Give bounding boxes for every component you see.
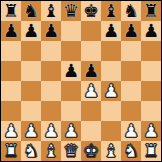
white-pawn-piece: ♟	[103, 81, 119, 101]
square-h1[interactable]: ♜	[141, 141, 161, 161]
square-d2[interactable]: ♟	[61, 121, 81, 141]
square-g7[interactable]: ♟	[121, 21, 141, 41]
square-h3[interactable]	[141, 101, 161, 121]
black-rook-piece: ♜	[143, 1, 159, 21]
square-d3[interactable]	[61, 101, 81, 121]
square-e1[interactable]: ♚	[81, 141, 101, 161]
square-c6[interactable]	[41, 41, 61, 61]
square-a3[interactable]	[1, 101, 21, 121]
square-a7[interactable]: ♟	[1, 21, 21, 41]
square-a1[interactable]: ♜	[1, 141, 21, 161]
chess-board: ♜♞♝♛♚♝♞♜♟♟♟♟♟♟♟♟♟♟♟♟♟♟♟♟♜♞♝♛♚♝♞♜	[1, 1, 161, 161]
white-knight-piece: ♞	[23, 141, 39, 161]
square-f2[interactable]	[101, 121, 121, 141]
square-a6[interactable]	[1, 41, 21, 61]
white-pawn-piece: ♟	[23, 121, 39, 141]
square-f4[interactable]: ♟	[101, 81, 121, 101]
black-rook-piece: ♜	[3, 1, 19, 21]
square-e5[interactable]: ♟	[81, 61, 101, 81]
square-a5[interactable]	[1, 61, 21, 81]
square-f1[interactable]: ♝	[101, 141, 121, 161]
square-g3[interactable]	[121, 101, 141, 121]
square-a4[interactable]	[1, 81, 21, 101]
square-b2[interactable]: ♟	[21, 121, 41, 141]
square-e8[interactable]: ♚	[81, 1, 101, 21]
square-b3[interactable]	[21, 101, 41, 121]
white-rook-piece: ♜	[3, 141, 19, 161]
black-knight-piece: ♞	[23, 1, 39, 21]
black-pawn-piece: ♟	[23, 21, 39, 41]
square-h6[interactable]	[141, 41, 161, 61]
white-knight-piece: ♞	[123, 141, 139, 161]
square-h4[interactable]	[141, 81, 161, 101]
square-e4[interactable]: ♟	[81, 81, 101, 101]
square-a2[interactable]: ♟	[1, 121, 21, 141]
chess-board-frame: ♜♞♝♛♚♝♞♜♟♟♟♟♟♟♟♟♟♟♟♟♟♟♟♟♜♞♝♛♚♝♞♜	[0, 0, 162, 162]
square-d5[interactable]: ♟	[61, 61, 81, 81]
white-pawn-piece: ♟	[43, 121, 59, 141]
black-bishop-piece: ♝	[103, 1, 119, 21]
black-queen-piece: ♛	[63, 1, 79, 21]
square-c8[interactable]: ♝	[41, 1, 61, 21]
square-d7[interactable]	[61, 21, 81, 41]
square-f5[interactable]	[101, 61, 121, 81]
black-bishop-piece: ♝	[43, 1, 59, 21]
white-bishop-piece: ♝	[43, 141, 59, 161]
square-d4[interactable]	[61, 81, 81, 101]
square-e3[interactable]	[81, 101, 101, 121]
white-queen-piece: ♛	[63, 141, 79, 161]
square-h8[interactable]: ♜	[141, 1, 161, 21]
square-e7[interactable]	[81, 21, 101, 41]
square-f6[interactable]	[101, 41, 121, 61]
square-g2[interactable]: ♟	[121, 121, 141, 141]
black-pawn-piece: ♟	[3, 21, 19, 41]
white-pawn-piece: ♟	[143, 121, 159, 141]
black-king-piece: ♚	[83, 1, 99, 21]
square-g5[interactable]	[121, 61, 141, 81]
black-pawn-piece: ♟	[143, 21, 159, 41]
white-bishop-piece: ♝	[103, 141, 119, 161]
square-f8[interactable]: ♝	[101, 1, 121, 21]
white-pawn-piece: ♟	[3, 121, 19, 141]
square-d6[interactable]	[61, 41, 81, 61]
square-c4[interactable]	[41, 81, 61, 101]
white-pawn-piece: ♟	[83, 81, 99, 101]
square-b8[interactable]: ♞	[21, 1, 41, 21]
square-b6[interactable]	[21, 41, 41, 61]
square-g1[interactable]: ♞	[121, 141, 141, 161]
black-pawn-piece: ♟	[63, 61, 79, 81]
square-g6[interactable]	[121, 41, 141, 61]
black-pawn-piece: ♟	[43, 21, 59, 41]
square-h5[interactable]	[141, 61, 161, 81]
square-e6[interactable]	[81, 41, 101, 61]
square-f7[interactable]: ♟	[101, 21, 121, 41]
square-b7[interactable]: ♟	[21, 21, 41, 41]
square-d1[interactable]: ♛	[61, 141, 81, 161]
square-c5[interactable]	[41, 61, 61, 81]
square-b1[interactable]: ♞	[21, 141, 41, 161]
square-h2[interactable]: ♟	[141, 121, 161, 141]
square-f3[interactable]	[101, 101, 121, 121]
black-pawn-piece: ♟	[83, 61, 99, 81]
square-a8[interactable]: ♜	[1, 1, 21, 21]
black-knight-piece: ♞	[123, 1, 139, 21]
square-c3[interactable]	[41, 101, 61, 121]
square-c2[interactable]: ♟	[41, 121, 61, 141]
white-rook-piece: ♜	[143, 141, 159, 161]
square-b4[interactable]	[21, 81, 41, 101]
black-pawn-piece: ♟	[123, 21, 139, 41]
square-e2[interactable]	[81, 121, 101, 141]
white-pawn-piece: ♟	[123, 121, 139, 141]
square-d8[interactable]: ♛	[61, 1, 81, 21]
square-c1[interactable]: ♝	[41, 141, 61, 161]
square-b5[interactable]	[21, 61, 41, 81]
white-king-piece: ♚	[83, 141, 99, 161]
square-c7[interactable]: ♟	[41, 21, 61, 41]
square-g4[interactable]	[121, 81, 141, 101]
black-pawn-piece: ♟	[103, 21, 119, 41]
square-g8[interactable]: ♞	[121, 1, 141, 21]
white-pawn-piece: ♟	[63, 121, 79, 141]
square-h7[interactable]: ♟	[141, 21, 161, 41]
